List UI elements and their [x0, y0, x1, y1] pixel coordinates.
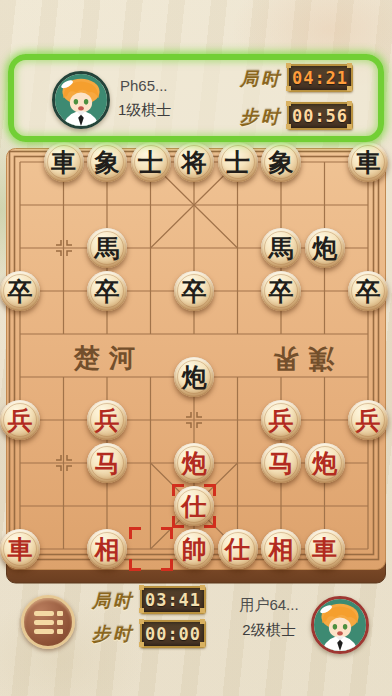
top-player-rank: 1级棋士 — [118, 101, 171, 120]
piece-马-red[interactable]: 马 — [261, 443, 301, 483]
piece-象-black[interactable]: 象 — [261, 142, 301, 182]
bottom-player-name: 用户64... — [228, 596, 310, 615]
bottom-game-timer: 03:41 — [140, 586, 206, 614]
list-menu-icon — [34, 611, 63, 634]
bottom-player-rank: 2级棋士 — [228, 621, 310, 640]
piece-仕-red[interactable]: 仕 — [218, 529, 258, 569]
river-label-right: 漢界 — [264, 341, 334, 376]
top-game-timer: 04:21 — [287, 64, 353, 92]
piece-車-red[interactable]: 車 — [0, 529, 40, 569]
top-move-timer-label: 步时 — [240, 105, 282, 129]
piece-马-red[interactable]: 马 — [87, 443, 127, 483]
piece-炮-black[interactable]: 炮 — [305, 228, 345, 268]
top-game-timer-label: 局时 — [240, 67, 282, 91]
point-marker — [183, 409, 205, 431]
bottom-game-timer-value: 03:41 — [145, 590, 201, 610]
top-move-timer-value: 00:56 — [292, 106, 348, 126]
piece-兵-red[interactable]: 兵 — [87, 400, 127, 440]
piece-卒-black[interactable]: 卒 — [348, 271, 388, 311]
bottom-move-timer-label: 步时 — [92, 622, 134, 646]
piece-車-black[interactable]: 車 — [348, 142, 388, 182]
piece-車-black[interactable]: 車 — [44, 142, 84, 182]
piece-兵-red[interactable]: 兵 — [0, 400, 40, 440]
piece-馬-black[interactable]: 馬 — [261, 228, 301, 268]
piece-士-black[interactable]: 士 — [131, 142, 171, 182]
point-marker — [53, 237, 75, 259]
piece-卒-black[interactable]: 卒 — [261, 271, 301, 311]
last-move-from — [129, 527, 173, 571]
piece-帥-red[interactable]: 帥 — [174, 529, 214, 569]
top-move-timer: 00:56 — [287, 102, 353, 130]
piece-兵-red[interactable]: 兵 — [261, 400, 301, 440]
bottom-move-timer-value: 00:00 — [145, 624, 201, 644]
piece-卒-black[interactable]: 卒 — [87, 271, 127, 311]
top-player-avatar[interactable] — [52, 71, 110, 129]
game-screen: 楚河 漢界 車象士将士象車馬馬炮卒卒卒卒卒炮兵兵兵兵马炮马炮仕車相帥仕相車 Ph… — [0, 0, 392, 696]
point-marker — [53, 452, 75, 474]
piece-兵-red[interactable]: 兵 — [348, 400, 388, 440]
piece-卒-black[interactable]: 卒 — [0, 271, 40, 311]
bottom-player-avatar[interactable] — [311, 596, 369, 654]
piece-将-black[interactable]: 将 — [174, 142, 214, 182]
menu-button[interactable] — [21, 595, 75, 649]
bottom-game-timer-label: 局时 — [92, 589, 134, 613]
top-player-name: Ph65... — [120, 77, 168, 94]
piece-相-red[interactable]: 相 — [87, 529, 127, 569]
avatar-art-icon — [314, 599, 366, 651]
piece-炮-red[interactable]: 炮 — [305, 443, 345, 483]
avatar-art-icon — [55, 74, 107, 126]
piece-卒-black[interactable]: 卒 — [174, 271, 214, 311]
piece-車-red[interactable]: 車 — [305, 529, 345, 569]
river-label-left: 楚河 — [74, 341, 144, 376]
piece-相-red[interactable]: 相 — [261, 529, 301, 569]
piece-炮-red[interactable]: 炮 — [174, 443, 214, 483]
bottom-move-timer: 00:00 — [140, 620, 206, 648]
piece-象-black[interactable]: 象 — [87, 142, 127, 182]
piece-士-black[interactable]: 士 — [218, 142, 258, 182]
piece-馬-black[interactable]: 馬 — [87, 228, 127, 268]
piece-仕-red[interactable]: 仕 — [174, 486, 214, 526]
piece-炮-black[interactable]: 炮 — [174, 357, 214, 397]
top-game-timer-value: 04:21 — [292, 68, 348, 88]
